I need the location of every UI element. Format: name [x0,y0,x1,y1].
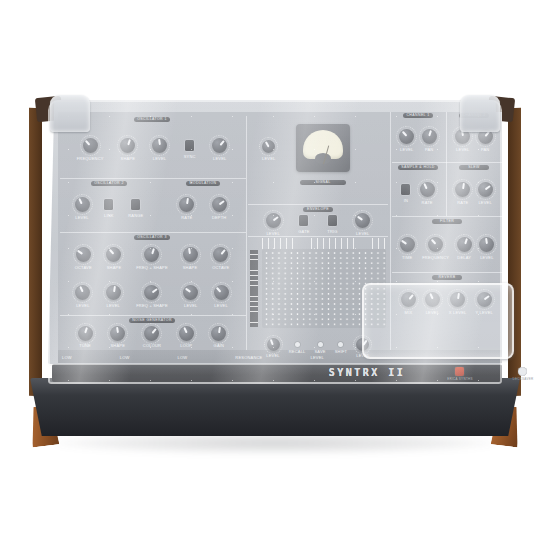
switch-in: IN [401,184,410,203]
knob-shape: SHAPE [106,247,121,270]
knob [428,237,443,252]
synthesizer-with-dust-cover: OSCILLATOR 1FREQUENCYSHAPELEVELSYNCLEVEL… [0,0,550,550]
bottom-strip-label: LEVEL [311,355,324,360]
knob [76,247,91,262]
knob-level: LEVEL [355,213,370,236]
controls-row: LEVELLINKRANGE [60,187,158,230]
knob [355,213,370,228]
round-badge [518,367,527,376]
knob [400,237,415,252]
knob [455,182,470,197]
knob [144,326,159,341]
control-label: LEVEL [184,303,197,308]
knob-rate: RATE [455,182,470,205]
button-label: SHIFT [335,349,348,354]
section-header-mod: MODULATION [186,181,219,186]
knob [212,138,227,153]
button-dot [295,342,300,347]
controls-row: INRATE [392,171,444,216]
knob-level: LEVEL [106,285,121,308]
knob [267,338,280,351]
control-label: LEVEL [478,200,491,205]
knob-depth: DEPTH [212,197,227,220]
divider [392,272,502,273]
knob-octave: OCTAVE [212,247,229,270]
section-osc2: OSCILLATOR 2LEVELLINKRANGE [60,180,158,230]
control-label: LEVEL [400,147,413,152]
control-label: LEVEL [107,303,120,308]
knob-shape: SHAPE [183,247,198,270]
divider [446,112,447,216]
vu-input-knob: LEVEL [262,140,275,161]
control-label: OCTAVE [212,265,229,270]
switch [185,140,194,151]
control-label: RATE [457,200,468,205]
knob [120,138,135,153]
control-label: SHAPE [121,156,136,161]
knob-octave: OCTAVE [75,247,92,270]
controls-row: TIMEFREQUENCYDELAYLEVEL [392,225,502,272]
control-label: FREQUENCY [77,156,104,161]
control-label: LEVEL [266,231,279,236]
knob-level: LEVEL [478,182,493,205]
section-header-osc2: OSCILLATOR 2 [91,181,127,186]
knob [110,326,125,341]
knob [422,129,437,144]
matrix-column-labels [262,238,386,249]
cover-corner-post-right [460,95,500,132]
knob [106,285,121,300]
controls-row: LEVELLEVELFREQ + SHAPELEVELLEVEL [60,278,244,315]
front-brand-bar: SYNTRX II ERICA SYNTHS DECKSAVER [52,364,502,382]
control-label: SHAPE [183,265,198,270]
knob [399,129,414,144]
knob-shape: SHAPE [110,326,125,349]
divider [392,216,502,217]
knob-rate: RATE [420,182,435,205]
controls-row: LEVELPAN [392,119,444,162]
logo-caption: ERICA SYNTHS [440,377,480,381]
divider [60,232,246,233]
controls-row: OCTAVESHAPEFREQ + SHAPESHAPEOCTAVE [60,241,244,276]
control-label: LOOP [180,343,192,348]
control-label: LEVEL [153,156,166,161]
knob [478,182,493,197]
section-ch1: CHANNEL 1LEVELPAN [392,112,444,162]
switch [328,215,337,226]
bottom-strip-label: RESONANCE [235,355,262,360]
knob [214,285,229,300]
knob-gain: GAIN [211,326,226,349]
section-header-ch1: CHANNEL 1 [403,113,433,118]
bottom-strip-label: LOW [178,355,188,360]
knob [183,247,198,262]
knob [179,197,194,212]
switch [401,184,410,195]
section-osc3b: LEVELLEVELFREQ + SHAPELEVELLEVEL [60,277,244,315]
button-dot [318,342,323,347]
section-header-osc1: OSCILLATOR 1 [134,117,170,122]
knob [211,326,226,341]
matrix-row-labels [248,249,260,328]
cover-joystick-bump [362,283,514,359]
controls-row: TUNESHAPECOLOURLOOPGAIN [60,324,244,350]
section-sh: SAMPLE & HOLDINRATE [392,164,444,216]
section-header-filter: FILTER [432,219,462,224]
divider [248,204,388,205]
control-label: FREQ + SHAPE [136,265,168,270]
button-shift: SHIFT [335,342,348,355]
knob [144,247,159,262]
section-header-osc3: OSCILLATOR 3 [134,235,170,240]
knob-freq-shape: FREQ + SHAPE [136,285,168,308]
knob [183,285,198,300]
knob-time: TIME [400,237,415,260]
bottom-strip-label: LOW [62,355,72,360]
button-dot [338,342,343,347]
section-header-reverb: REVERB [432,275,462,280]
knob [106,247,121,262]
vu-meter-face [303,130,343,159]
knob-level: LEVEL [455,129,470,152]
control-label: LEVEL [75,215,88,220]
section-mod: MODULATIONRATEDEPTH [162,180,244,230]
switch [131,199,140,210]
control-label: TUNE [79,343,91,348]
control-label: DEPTH [212,215,227,220]
control-label: DELAY [457,255,471,260]
switch-link: LINK [104,199,114,218]
case-body [30,378,520,436]
controls-row: RATELEVEL [448,171,500,216]
section-slew: SLEWRATELEVEL [448,164,500,216]
control-label: PAN [481,147,490,152]
switch-sync: SYNC [184,140,196,159]
knob-label: LEVEL [262,156,275,161]
cover-corner-post-left [50,95,90,132]
knob [266,213,281,228]
knob-loop: LOOP [179,326,194,349]
switch-range: RANGE [128,199,143,218]
control-label: LEVEL [214,303,227,308]
section-env: ENVELOPELEVELGATETRIGLEVEL [248,206,388,234]
section-filter: FILTERTIMEFREQUENCYDELAYLEVEL [392,218,502,272]
knob-freq-shape: FREQ + SHAPE [136,247,168,270]
knob [420,182,435,197]
control-label: LEVEL [76,303,89,308]
knob [262,140,275,153]
switch-trig: TRIG [327,215,337,234]
section-noise: NOISE GENERATORTUNESHAPECOLOURLOOPGAIN [60,317,244,350]
section-header-sh: SAMPLE & HOLD [398,165,437,170]
knob [75,197,90,212]
knob [152,138,167,153]
control-label: RANGE [128,213,143,218]
vu-meter-label: SIGNAL [300,180,346,185]
knob [75,285,90,300]
round-badge-caption: DECKSAVER [504,377,542,381]
knob [457,237,472,252]
knob [213,247,228,262]
bottom-label-strip: LOWLOWLOWRESONANCELEVEL [62,353,324,361]
controls-row: RATEDEPTH [162,187,244,230]
knob-pan: PAN [478,129,493,152]
knob-frequency: FREQUENCY [422,237,449,260]
knob-level: LEVEL [75,197,90,220]
knob-level: LEVEL [183,285,198,308]
control-label: LEVEL [456,147,469,152]
divider [392,162,502,163]
section-header-slew: SLEW [459,165,489,170]
control-label: RATE [181,215,192,220]
switch [299,215,308,226]
knob-delay: DELAY [457,237,472,260]
knob-level: LEVEL [152,138,167,161]
divider [248,236,388,237]
knob-level: LEVEL [75,285,90,308]
control-label: TIME [402,255,412,260]
bottom-strip-label: LOW [120,355,130,360]
knob [83,138,98,153]
knob-level: LEVEL [479,237,494,260]
control-label: FREQ + SHAPE [136,303,168,308]
knob [179,326,194,341]
control-label: LEVEL [480,255,493,260]
control-label: SHAPE [110,343,125,348]
control-label: OCTAVE [75,265,92,270]
switch [104,199,113,210]
vu-meter [296,124,350,172]
controls-row: LEVELGATETRIGLEVEL [248,213,388,236]
control-label: SYNC [184,154,196,159]
knob-colour: COLOUR [143,326,161,349]
knob [479,237,494,252]
control-label: LEVEL [213,156,226,161]
knob [212,197,227,212]
control-label: LEVEL [356,231,369,236]
knob-rate: RATE [179,197,194,220]
switch-gate: GATE [298,215,309,234]
control-label: LINK [104,213,114,218]
control-label: SHAPE [107,265,122,270]
knob-tune: TUNE [78,326,93,349]
control-label: GATE [298,229,309,234]
section-osc3: OSCILLATOR 3OCTAVESHAPEFREQ + SHAPESHAPE… [60,234,244,276]
product-logo-text: SYNTRX II [300,367,434,379]
knob-level: LEVEL [399,129,414,152]
divider [60,315,246,316]
control-label: TRIG [327,229,337,234]
knob-shape: SHAPE [120,138,135,161]
erica-synths-logo [455,367,464,376]
control-label: FREQUENCY [422,255,449,260]
knob-pan: PAN [422,129,437,152]
knob-level: LEVEL [214,285,229,308]
divider [60,178,246,179]
divider [246,116,247,350]
control-label: PAN [425,147,434,152]
wood-side-panel-left [29,108,42,396]
knob-frequency: FREQUENCY [77,138,104,161]
knob-level: LEVEL [266,213,281,236]
control-label: RATE [422,200,433,205]
control-label: GAIN [214,343,225,348]
knob [144,285,159,300]
control-label: IN [404,198,408,203]
section-header-env: ENVELOPE [303,207,333,212]
knob-level: LEVEL [212,138,227,161]
knob [78,326,93,341]
control-label: COLOUR [143,343,161,348]
product-photo-scene: OSCILLATOR 1FREQUENCYSHAPELEVELSYNCLEVEL… [0,0,550,550]
